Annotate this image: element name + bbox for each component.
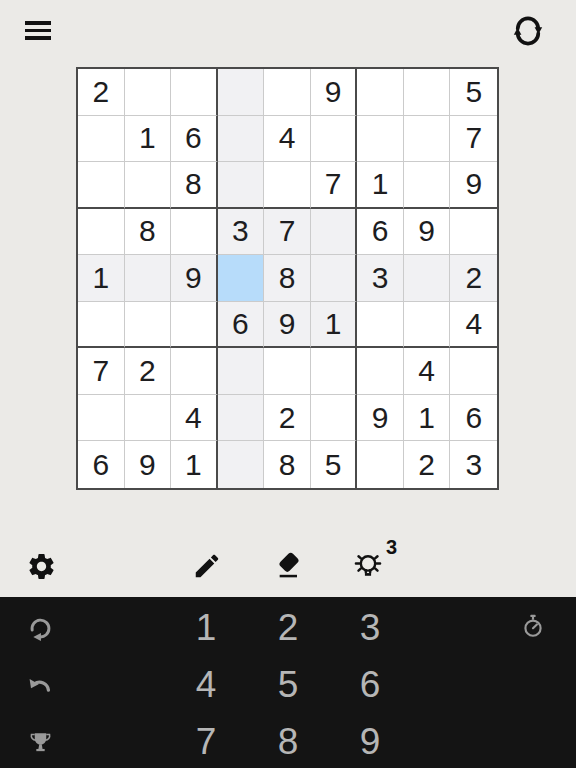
cell-r2c1[interactable]: [78, 116, 125, 163]
cell-r5c1[interactable]: 1: [78, 255, 125, 302]
cell-r7c6[interactable]: [311, 348, 358, 395]
hint-button[interactable]: [344, 542, 392, 590]
keypad-9[interactable]: 9: [340, 718, 400, 766]
cell-r7c8[interactable]: 4: [404, 348, 451, 395]
cell-r2c7[interactable]: [357, 116, 404, 163]
cell-r3c2[interactable]: [125, 162, 172, 209]
cell-r7c2[interactable]: 2: [125, 348, 172, 395]
keypad-5[interactable]: 5: [258, 661, 318, 709]
keypad-7[interactable]: 7: [176, 718, 236, 766]
cell-r9c6[interactable]: 5: [311, 441, 358, 488]
cell-r8c9[interactable]: 6: [450, 395, 497, 442]
cell-r4c6[interactable]: [311, 209, 358, 256]
cell-r7c5[interactable]: [264, 348, 311, 395]
cell-r9c2[interactable]: 9: [125, 441, 172, 488]
cell-r6c9[interactable]: 4: [450, 302, 497, 349]
keypad-4[interactable]: 4: [176, 661, 236, 709]
cell-r3c7[interactable]: 1: [357, 162, 404, 209]
cell-r5c5[interactable]: 8: [264, 255, 311, 302]
cell-r4c8[interactable]: 9: [404, 209, 451, 256]
cell-r4c2[interactable]: 8: [125, 209, 172, 256]
cell-r9c4[interactable]: [218, 441, 265, 488]
cell-r1c6[interactable]: 9: [311, 69, 358, 116]
cell-r2c6[interactable]: [311, 116, 358, 163]
cell-r8c8[interactable]: 1: [404, 395, 451, 442]
cell-r3c6[interactable]: 7: [311, 162, 358, 209]
keypad-6[interactable]: 6: [340, 661, 400, 709]
cell-r9c7[interactable]: [357, 441, 404, 488]
cell-r3c5[interactable]: [264, 162, 311, 209]
cell-r5c7[interactable]: 3: [357, 255, 404, 302]
hamburger-icon: [25, 21, 51, 25]
cell-r6c8[interactable]: [404, 302, 451, 349]
lightbulb-icon: [350, 548, 386, 584]
trophy-icon: [28, 730, 53, 755]
keypad-3[interactable]: 3: [340, 604, 400, 652]
undo-arrow-icon: [27, 672, 53, 698]
cell-r8c6[interactable]: [311, 395, 358, 442]
cell-r1c5[interactable]: [264, 69, 311, 116]
cell-r2c3[interactable]: 6: [171, 116, 218, 163]
gear-icon: [26, 551, 57, 582]
sudoku-board: 2951647871983769198326914724429166918523: [76, 67, 499, 490]
cell-r4c3[interactable]: [171, 209, 218, 256]
sudoku-app: 2951647871983769198326914724429166918523: [0, 0, 576, 768]
rotate-ccw-icon: [27, 615, 54, 642]
cell-r1c7[interactable]: [357, 69, 404, 116]
keypad-1[interactable]: 1: [176, 604, 236, 652]
cell-r6c1[interactable]: [78, 302, 125, 349]
cell-r2c4[interactable]: [218, 116, 265, 163]
cell-r6c3[interactable]: [171, 302, 218, 349]
cell-r1c8[interactable]: [404, 69, 451, 116]
cell-r4c7[interactable]: 6: [357, 209, 404, 256]
cell-r6c2[interactable]: [125, 302, 172, 349]
cell-r4c1[interactable]: [78, 209, 125, 256]
bottom-panel: 123456789: [0, 597, 576, 768]
cell-r1c1[interactable]: 2: [78, 69, 125, 116]
cell-r6c5[interactable]: 9: [264, 302, 311, 349]
cell-r8c7[interactable]: 9: [357, 395, 404, 442]
cell-r2c8[interactable]: [404, 116, 451, 163]
cell-r8c2[interactable]: [125, 395, 172, 442]
cell-r2c5[interactable]: 4: [264, 116, 311, 163]
cell-r3c9[interactable]: 9: [450, 162, 497, 209]
cell-r6c4[interactable]: 6: [218, 302, 265, 349]
new-game-button[interactable]: [512, 15, 544, 47]
cell-r7c4[interactable]: [218, 348, 265, 395]
cell-r7c9[interactable]: [450, 348, 497, 395]
cell-r8c3[interactable]: 4: [171, 395, 218, 442]
cell-r9c3[interactable]: 1: [171, 441, 218, 488]
cell-r9c8[interactable]: 2: [404, 441, 451, 488]
hint-count-badge: 3: [386, 536, 397, 559]
cell-r8c4[interactable]: [218, 395, 265, 442]
undo-button[interactable]: [18, 663, 62, 707]
cell-r9c5[interactable]: 8: [264, 441, 311, 488]
achievements-button[interactable]: [18, 720, 62, 764]
keypad-2[interactable]: 2: [258, 604, 318, 652]
cell-r4c5[interactable]: 7: [264, 209, 311, 256]
cell-r3c4[interactable]: [218, 162, 265, 209]
restart-button[interactable]: [18, 606, 62, 650]
cell-r5c6[interactable]: [311, 255, 358, 302]
cell-r3c3[interactable]: 8: [171, 162, 218, 209]
cell-r8c1[interactable]: [78, 395, 125, 442]
cell-r2c2[interactable]: 1: [125, 116, 172, 163]
cell-r6c7[interactable]: [357, 302, 404, 349]
cell-r1c9[interactable]: 5: [450, 69, 497, 116]
cell-r1c4[interactable]: [218, 69, 265, 116]
cell-r1c2[interactable]: [125, 69, 172, 116]
cell-r5c3[interactable]: 9: [171, 255, 218, 302]
keypad-8[interactable]: 8: [258, 718, 318, 766]
cell-r5c2[interactable]: [125, 255, 172, 302]
cell-r5c4[interactable]: [218, 255, 265, 302]
stopwatch-icon: [520, 613, 546, 639]
eraser-icon: [273, 550, 305, 582]
menu-button[interactable]: [25, 21, 51, 40]
cell-r3c1[interactable]: [78, 162, 125, 209]
cell-r7c3[interactable]: [171, 348, 218, 395]
cell-r4c9[interactable]: [450, 209, 497, 256]
timer-button[interactable]: [511, 604, 555, 648]
cell-r8c5[interactable]: 2: [264, 395, 311, 442]
pencil-icon: [192, 551, 222, 581]
cell-r4c4[interactable]: 3: [218, 209, 265, 256]
cell-r9c9[interactable]: 3: [450, 441, 497, 488]
settings-button[interactable]: [17, 542, 65, 590]
cell-r6c6[interactable]: 1: [311, 302, 358, 349]
cell-r7c7[interactable]: [357, 348, 404, 395]
cell-r5c8[interactable]: [404, 255, 451, 302]
sync-arrows-icon: [512, 15, 544, 47]
cell-r1c3[interactable]: [171, 69, 218, 116]
cell-r3c8[interactable]: [404, 162, 451, 209]
erase-button[interactable]: [265, 542, 313, 590]
cell-r7c1[interactable]: 7: [78, 348, 125, 395]
cell-r9c1[interactable]: 6: [78, 441, 125, 488]
notes-button[interactable]: [183, 542, 231, 590]
cell-r5c9[interactable]: 2: [450, 255, 497, 302]
cell-r2c9[interactable]: 7: [450, 116, 497, 163]
